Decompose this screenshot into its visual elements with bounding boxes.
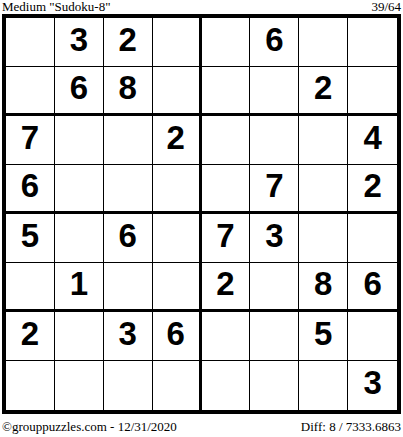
cell-r5c7[interactable] [299, 214, 348, 263]
cell-r7c7: 5 [299, 312, 348, 361]
footer-copyright: ©grouppuzzles.com - 12/31/2020 [2, 419, 177, 434]
cell-r2c2: 6 [55, 67, 104, 116]
cell-r5c4[interactable] [153, 214, 202, 263]
cell-r7c5[interactable] [202, 312, 251, 361]
cell-r3c1: 7 [6, 116, 55, 165]
cell-r8c3[interactable] [104, 361, 153, 410]
cell-clue: 8 [119, 71, 137, 104]
cell-r3c2[interactable] [55, 116, 104, 165]
cell-clue: 6 [119, 219, 137, 252]
cell-clue: 2 [363, 169, 381, 202]
cell-r4c4[interactable] [153, 165, 202, 214]
cell-clue: 1 [70, 267, 88, 300]
cell-r1c5[interactable] [202, 18, 251, 67]
cell-clue: 2 [119, 23, 137, 56]
cell-r6c4[interactable] [153, 263, 202, 312]
cell-clue: 2 [21, 317, 39, 350]
cell-clue: 6 [21, 169, 39, 202]
cell-r8c6[interactable] [250, 361, 299, 410]
cell-r5c2[interactable] [55, 214, 104, 263]
cell-r6c7: 8 [299, 263, 348, 312]
cell-clue: 4 [363, 121, 381, 154]
cell-clue: 7 [216, 219, 234, 252]
cell-clue: 2 [166, 121, 184, 154]
cell-clue: 6 [363, 267, 381, 300]
cell-r6c1[interactable] [6, 263, 55, 312]
cell-clue: 6 [265, 23, 283, 56]
cell-r3c7[interactable] [299, 116, 348, 165]
cell-r7c3: 3 [104, 312, 153, 361]
cell-r1c4[interactable] [153, 18, 202, 67]
cell-clue: 8 [314, 267, 332, 300]
cell-r5c5: 7 [202, 214, 251, 263]
footer: ©grouppuzzles.com - 12/31/2020 Diff: 8 /… [2, 419, 401, 434]
cell-clue: 3 [119, 317, 137, 350]
cell-r8c8: 3 [348, 361, 397, 410]
cell-r2c5[interactable] [202, 67, 251, 116]
cell-clue: 7 [265, 169, 283, 202]
cell-clue: 6 [166, 317, 184, 350]
cell-clue: 5 [314, 317, 332, 350]
cell-r7c8[interactable] [348, 312, 397, 361]
cell-r5c6: 3 [250, 214, 299, 263]
cell-r8c1[interactable] [6, 361, 55, 410]
cell-r8c5[interactable] [202, 361, 251, 410]
cell-r6c8: 6 [348, 263, 397, 312]
cell-r4c2[interactable] [55, 165, 104, 214]
cell-r2c7: 2 [299, 67, 348, 116]
cell-clue: 2 [314, 71, 332, 104]
cell-r2c3: 8 [104, 67, 153, 116]
cell-clue: 3 [363, 366, 381, 399]
cell-r2c6[interactable] [250, 67, 299, 116]
cell-r6c6[interactable] [250, 263, 299, 312]
cell-r7c6[interactable] [250, 312, 299, 361]
cell-clue: 5 [21, 219, 39, 252]
cell-r1c7[interactable] [299, 18, 348, 67]
cell-r4c6: 7 [250, 165, 299, 214]
cell-clue: 6 [70, 71, 88, 104]
cell-r3c6[interactable] [250, 116, 299, 165]
cell-r5c3: 6 [104, 214, 153, 263]
cell-clue: 3 [70, 23, 88, 56]
cell-r5c8[interactable] [348, 214, 397, 263]
cell-r8c4[interactable] [153, 361, 202, 410]
cell-r3c8: 4 [348, 116, 397, 165]
cell-r1c2: 3 [55, 18, 104, 67]
cell-r2c4[interactable] [153, 67, 202, 116]
cell-r1c3: 2 [104, 18, 153, 67]
cell-clue: 2 [216, 267, 234, 300]
cell-r5c1: 5 [6, 214, 55, 263]
header: Medium "Sudoku-8" 39/64 [2, 0, 401, 14]
cell-r8c7[interactable] [299, 361, 348, 410]
page-title: Medium "Sudoku-8" [2, 0, 110, 13]
sudoku-board: 3266827246725673128623653 [2, 14, 401, 414]
cell-r8c2[interactable] [55, 361, 104, 410]
cell-r3c4: 2 [153, 116, 202, 165]
cell-r6c5: 2 [202, 263, 251, 312]
cell-r4c1: 6 [6, 165, 55, 214]
cell-clue: 3 [265, 219, 283, 252]
cell-r2c1[interactable] [6, 67, 55, 116]
footer-difficulty: Diff: 8 / 7333.6863 [301, 419, 401, 434]
cell-r7c1: 2 [6, 312, 55, 361]
cell-r4c5[interactable] [202, 165, 251, 214]
cell-r7c2[interactable] [55, 312, 104, 361]
cell-r1c8[interactable] [348, 18, 397, 67]
cell-r4c8: 2 [348, 165, 397, 214]
cell-r6c3[interactable] [104, 263, 153, 312]
cell-r3c3[interactable] [104, 116, 153, 165]
cell-clue: 7 [21, 121, 39, 154]
cell-r2c8[interactable] [348, 67, 397, 116]
cell-r4c7[interactable] [299, 165, 348, 214]
cell-r4c3[interactable] [104, 165, 153, 214]
cell-r3c5[interactable] [202, 116, 251, 165]
cell-r1c6: 6 [250, 18, 299, 67]
cell-r7c4: 6 [153, 312, 202, 361]
puzzle-counter: 39/64 [371, 0, 401, 13]
cell-r1c1[interactable] [6, 18, 55, 67]
cell-r6c2: 1 [55, 263, 104, 312]
